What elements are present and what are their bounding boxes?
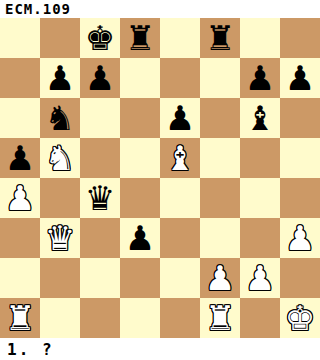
square-d1[interactable] [120, 298, 160, 338]
piece-wB-e5[interactable]: ♝ [165, 138, 195, 178]
square-f1[interactable]: ♜ [200, 298, 240, 338]
square-d7[interactable] [120, 58, 160, 98]
square-a5[interactable]: ♟ [0, 138, 40, 178]
square-b4[interactable] [40, 178, 80, 218]
square-d8[interactable]: ♜ [120, 18, 160, 58]
square-b6[interactable]: ♞ [40, 98, 80, 138]
piece-bR-f8[interactable]: ♜ [205, 18, 235, 58]
piece-wR-a1[interactable]: ♜ [5, 298, 35, 338]
piece-bP-c7[interactable]: ♟ [85, 58, 115, 98]
square-b1[interactable] [40, 298, 80, 338]
square-b3[interactable]: ♛ [40, 218, 80, 258]
square-h6[interactable] [280, 98, 320, 138]
square-d6[interactable] [120, 98, 160, 138]
square-f3[interactable] [200, 218, 240, 258]
square-g8[interactable] [240, 18, 280, 58]
square-h7[interactable]: ♟ [280, 58, 320, 98]
square-e8[interactable] [160, 18, 200, 58]
square-h3[interactable]: ♟ [280, 218, 320, 258]
square-a6[interactable] [0, 98, 40, 138]
square-h2[interactable] [280, 258, 320, 298]
square-b7[interactable]: ♟ [40, 58, 80, 98]
piece-wP-a4[interactable]: ♟ [5, 178, 35, 218]
square-e2[interactable] [160, 258, 200, 298]
square-e6[interactable]: ♟ [160, 98, 200, 138]
square-g1[interactable] [240, 298, 280, 338]
piece-wP-g2[interactable]: ♟ [245, 258, 275, 298]
piece-wN-b5[interactable]: ♞ [45, 138, 75, 178]
square-g5[interactable] [240, 138, 280, 178]
piece-wP-h3[interactable]: ♟ [285, 218, 315, 258]
square-a4[interactable]: ♟ [0, 178, 40, 218]
square-c8[interactable]: ♚ [80, 18, 120, 58]
square-g3[interactable] [240, 218, 280, 258]
square-a2[interactable] [0, 258, 40, 298]
square-d2[interactable] [120, 258, 160, 298]
square-c6[interactable] [80, 98, 120, 138]
piece-bK-c8[interactable]: ♚ [85, 18, 115, 58]
chess-board: ♚♜♜♟♟♟♟♞♟♝♟♞♝♟♛♛♟♟♟♟♜♜♚ [0, 18, 320, 338]
square-f2[interactable]: ♟ [200, 258, 240, 298]
piece-bP-g7[interactable]: ♟ [245, 58, 275, 98]
square-a3[interactable] [0, 218, 40, 258]
square-a8[interactable] [0, 18, 40, 58]
square-g4[interactable] [240, 178, 280, 218]
square-d5[interactable] [120, 138, 160, 178]
square-g6[interactable]: ♝ [240, 98, 280, 138]
piece-wK-h1[interactable]: ♚ [285, 298, 315, 338]
square-f4[interactable] [200, 178, 240, 218]
square-d3[interactable]: ♟ [120, 218, 160, 258]
square-d4[interactable] [120, 178, 160, 218]
square-c1[interactable] [80, 298, 120, 338]
square-b5[interactable]: ♞ [40, 138, 80, 178]
square-e4[interactable] [160, 178, 200, 218]
square-h4[interactable] [280, 178, 320, 218]
square-c4[interactable]: ♛ [80, 178, 120, 218]
square-a7[interactable] [0, 58, 40, 98]
square-f6[interactable] [200, 98, 240, 138]
square-e3[interactable] [160, 218, 200, 258]
square-g7[interactable]: ♟ [240, 58, 280, 98]
piece-bP-h7[interactable]: ♟ [285, 58, 315, 98]
square-c3[interactable] [80, 218, 120, 258]
square-h5[interactable] [280, 138, 320, 178]
piece-bP-d3[interactable]: ♟ [125, 218, 155, 258]
square-b8[interactable] [40, 18, 80, 58]
square-e1[interactable] [160, 298, 200, 338]
square-a1[interactable]: ♜ [0, 298, 40, 338]
piece-bB-g6[interactable]: ♝ [245, 98, 275, 138]
square-c5[interactable] [80, 138, 120, 178]
piece-bN-b6[interactable]: ♞ [45, 98, 75, 138]
chess-app: ECM.109 ♚♜♜♟♟♟♟♞♟♝♟♞♝♟♛♛♟♟♟♟♜♜♚ 1. ? [0, 0, 320, 360]
square-b2[interactable] [40, 258, 80, 298]
square-c2[interactable] [80, 258, 120, 298]
piece-wR-f1[interactable]: ♜ [205, 298, 235, 338]
piece-bP-a5[interactable]: ♟ [5, 138, 35, 178]
position-title: ECM.109 [5, 0, 71, 18]
square-e7[interactable] [160, 58, 200, 98]
square-f7[interactable] [200, 58, 240, 98]
piece-bR-d8[interactable]: ♜ [125, 18, 155, 58]
piece-wP-f2[interactable]: ♟ [205, 258, 235, 298]
piece-bQ-c4[interactable]: ♛ [85, 178, 115, 218]
title-bar: ECM.109 [0, 0, 320, 18]
square-g2[interactable]: ♟ [240, 258, 280, 298]
piece-bP-e6[interactable]: ♟ [165, 98, 195, 138]
piece-bP-b7[interactable]: ♟ [45, 58, 75, 98]
square-h8[interactable] [280, 18, 320, 58]
square-h1[interactable]: ♚ [280, 298, 320, 338]
move-prompt: 1. ? [7, 340, 54, 359]
piece-wQ-b3[interactable]: ♛ [45, 218, 75, 258]
square-f8[interactable]: ♜ [200, 18, 240, 58]
square-c7[interactable]: ♟ [80, 58, 120, 98]
square-e5[interactable]: ♝ [160, 138, 200, 178]
square-f5[interactable] [200, 138, 240, 178]
status-bar: 1. ? [0, 338, 320, 360]
